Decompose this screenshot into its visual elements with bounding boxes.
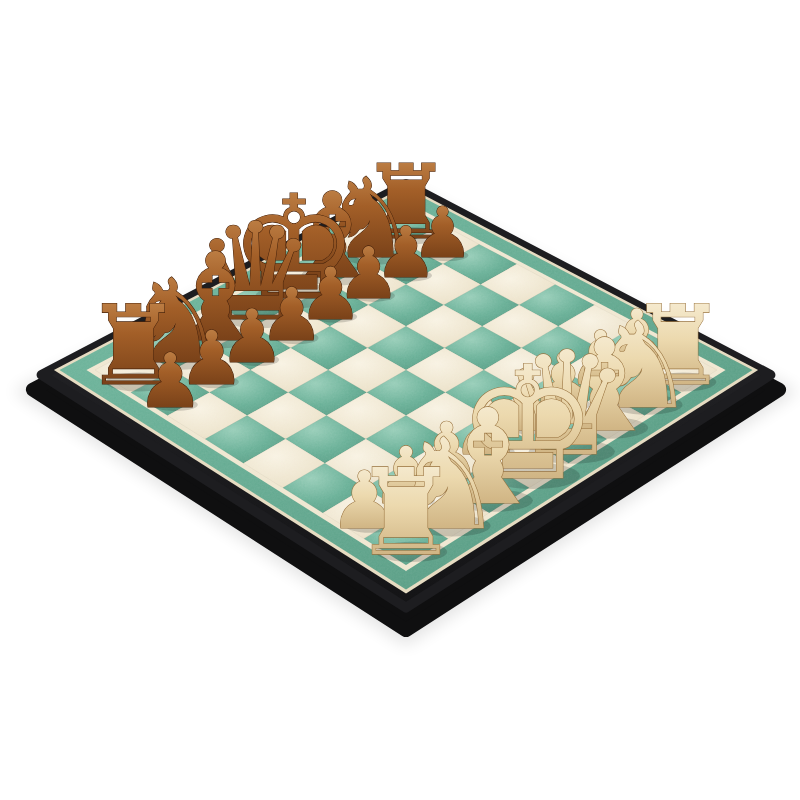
chess-photo-svg: ♜♟♞♟♝♟♚♟♛♟♝♟♟♞♜♟♟♜♞♟♟♝♟♛♟♚♟♝♟♞♟♜ xyxy=(0,0,800,800)
chess-set-photo: ♜♟♞♟♝♟♚♟♛♟♝♟♟♞♜♟♟♜♞♟♟♝♟♛♟♚♟♝♟♞♟♜ xyxy=(0,0,800,800)
piece-white-rook-a1: ♜ xyxy=(353,443,460,582)
piece-brown-pawn-a7: ♟ xyxy=(136,337,203,425)
